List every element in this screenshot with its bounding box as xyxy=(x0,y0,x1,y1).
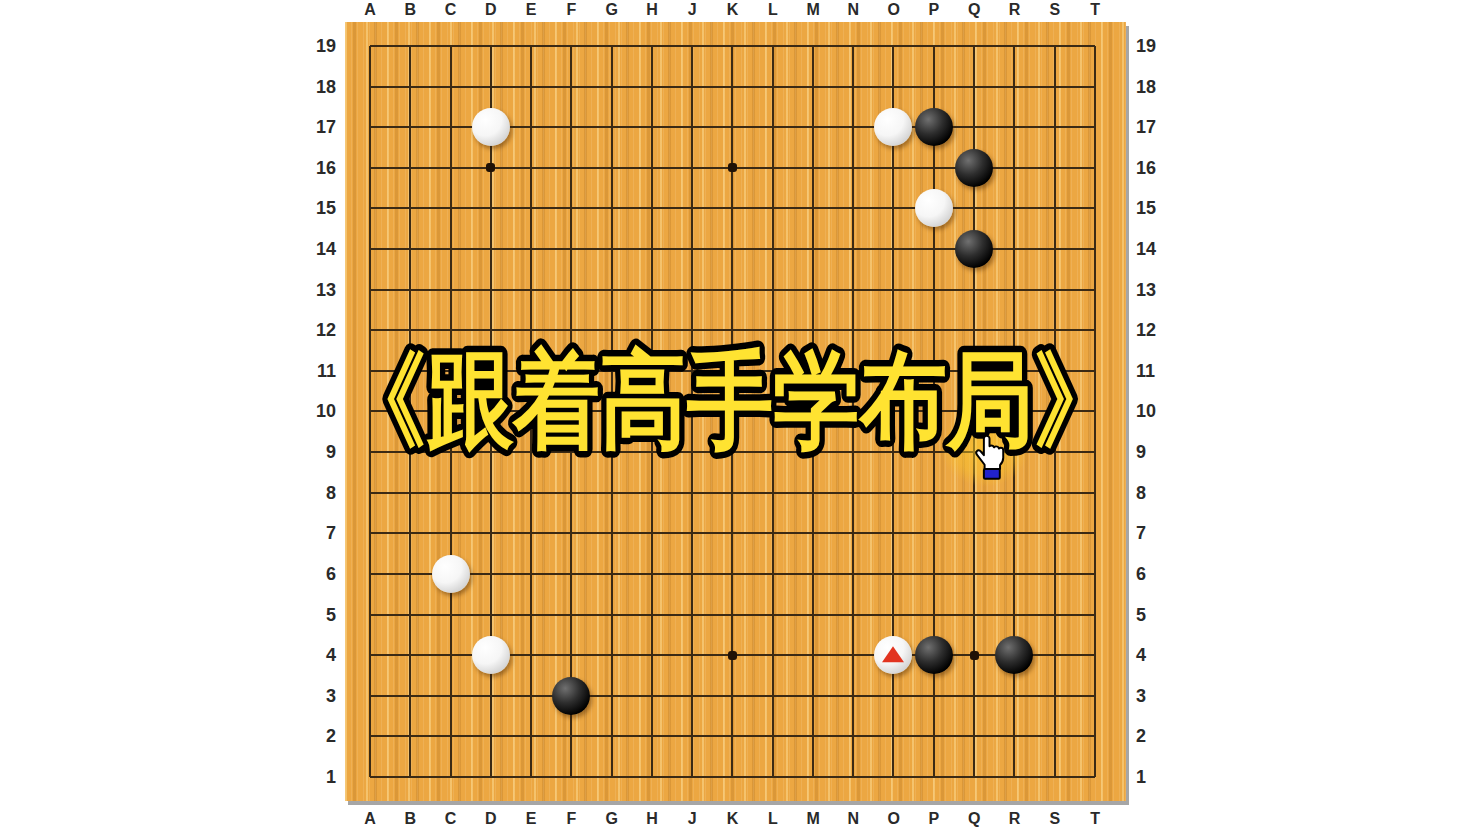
intersection-C8[interactable] xyxy=(430,472,470,513)
intersection-J7[interactable] xyxy=(672,513,712,554)
intersection-F6[interactable] xyxy=(551,554,591,595)
intersection-T18[interactable] xyxy=(1075,66,1115,107)
intersection-M18[interactable] xyxy=(793,66,833,107)
intersection-E19[interactable] xyxy=(511,26,551,67)
intersection-M4[interactable] xyxy=(793,635,833,676)
intersection-Q2[interactable] xyxy=(954,716,994,757)
intersection-B5[interactable] xyxy=(390,594,430,635)
intersection-M14[interactable] xyxy=(793,229,833,270)
intersection-B19[interactable] xyxy=(390,26,430,67)
intersection-B2[interactable] xyxy=(390,716,430,757)
intersection-G16[interactable] xyxy=(591,148,631,189)
intersection-L5[interactable] xyxy=(753,594,793,635)
intersection-D18[interactable] xyxy=(471,66,511,107)
intersection-N3[interactable] xyxy=(833,675,873,716)
intersection-E16[interactable] xyxy=(511,148,551,189)
intersection-O8[interactable] xyxy=(873,472,913,513)
intersection-Q16[interactable] xyxy=(954,148,994,189)
col-label-top-B: B xyxy=(404,1,416,19)
intersection-K13[interactable] xyxy=(712,269,752,310)
intersection-S16[interactable] xyxy=(1034,148,1074,189)
intersection-J2[interactable] xyxy=(672,716,712,757)
intersection-A4[interactable] xyxy=(350,635,390,676)
intersection-M13[interactable] xyxy=(793,269,833,310)
intersection-P16[interactable] xyxy=(914,148,954,189)
intersection-A7[interactable] xyxy=(350,513,390,554)
intersection-N2[interactable] xyxy=(833,716,873,757)
intersection-L17[interactable] xyxy=(753,107,793,148)
intersection-J6[interactable] xyxy=(672,554,712,595)
intersection-N5[interactable] xyxy=(833,594,873,635)
intersection-K6[interactable] xyxy=(712,554,752,595)
intersection-N19[interactable] xyxy=(833,26,873,67)
intersection-F7[interactable] xyxy=(551,513,591,554)
intersection-S5[interactable] xyxy=(1034,594,1074,635)
row-label-right-2: 2 xyxy=(1136,726,1146,747)
intersection-Q7[interactable] xyxy=(954,513,994,554)
intersection-T4[interactable] xyxy=(1075,635,1115,676)
intersection-Q5[interactable] xyxy=(954,594,994,635)
intersection-L6[interactable] xyxy=(753,554,793,595)
intersection-G7[interactable] xyxy=(591,513,631,554)
intersection-D19[interactable] xyxy=(471,26,511,67)
intersection-R16[interactable] xyxy=(994,148,1034,189)
intersection-T17[interactable] xyxy=(1075,107,1115,148)
intersection-T14[interactable] xyxy=(1075,229,1115,270)
intersection-P13[interactable] xyxy=(914,269,954,310)
intersection-P1[interactable] xyxy=(914,757,954,798)
intersection-E3[interactable] xyxy=(511,675,551,716)
intersection-J15[interactable] xyxy=(672,188,712,229)
intersection-E4[interactable] xyxy=(511,635,551,676)
intersection-S17[interactable] xyxy=(1034,107,1074,148)
intersection-O5[interactable] xyxy=(873,594,913,635)
intersection-H17[interactable] xyxy=(632,107,672,148)
intersection-R5[interactable] xyxy=(994,594,1034,635)
intersection-O1[interactable] xyxy=(873,757,913,798)
intersection-H3[interactable] xyxy=(632,675,672,716)
intersection-T1[interactable] xyxy=(1075,757,1115,798)
intersection-A6[interactable] xyxy=(350,554,390,595)
intersection-Q3[interactable] xyxy=(954,675,994,716)
intersection-H7[interactable] xyxy=(632,513,672,554)
intersection-O3[interactable] xyxy=(873,675,913,716)
intersection-A17[interactable] xyxy=(350,107,390,148)
intersection-H16[interactable] xyxy=(632,148,672,189)
intersection-J19[interactable] xyxy=(672,26,712,67)
intersection-P7[interactable] xyxy=(914,513,954,554)
intersection-M16[interactable] xyxy=(793,148,833,189)
intersection-B3[interactable] xyxy=(390,675,430,716)
intersection-O2[interactable] xyxy=(873,716,913,757)
intersection-D5[interactable] xyxy=(471,594,511,635)
intersection-C7[interactable] xyxy=(430,513,470,554)
intersection-R2[interactable] xyxy=(994,716,1034,757)
intersection-H2[interactable] xyxy=(632,716,672,757)
intersection-C17[interactable] xyxy=(430,107,470,148)
intersection-T3[interactable] xyxy=(1075,675,1115,716)
intersection-L2[interactable] xyxy=(753,716,793,757)
intersection-N14[interactable] xyxy=(833,229,873,270)
intersection-S13[interactable] xyxy=(1034,269,1074,310)
intersection-R13[interactable] xyxy=(994,269,1034,310)
intersection-C15[interactable] xyxy=(430,188,470,229)
intersection-C2[interactable] xyxy=(430,716,470,757)
intersection-B1[interactable] xyxy=(390,757,430,798)
intersection-G2[interactable] xyxy=(591,716,631,757)
intersection-A18[interactable] xyxy=(350,66,390,107)
intersection-F5[interactable] xyxy=(551,594,591,635)
intersection-A8[interactable] xyxy=(350,472,390,513)
col-label-top-H: H xyxy=(646,1,658,19)
intersection-D4[interactable] xyxy=(471,635,511,676)
intersection-F15[interactable] xyxy=(551,188,591,229)
row-label-right-13: 13 xyxy=(1136,279,1156,300)
intersection-K16[interactable] xyxy=(712,148,752,189)
intersection-N18[interactable] xyxy=(833,66,873,107)
intersection-G3[interactable] xyxy=(591,675,631,716)
intersection-H5[interactable] xyxy=(632,594,672,635)
intersection-N1[interactable] xyxy=(833,757,873,798)
intersection-M15[interactable] xyxy=(793,188,833,229)
intersection-F13[interactable] xyxy=(551,269,591,310)
row-label-right-1: 1 xyxy=(1136,766,1146,787)
intersection-J5[interactable] xyxy=(672,594,712,635)
intersection-P14[interactable] xyxy=(914,229,954,270)
row-label-right-9: 9 xyxy=(1136,442,1146,463)
intersection-E18[interactable] xyxy=(511,66,551,107)
intersection-A14[interactable] xyxy=(350,229,390,270)
intersection-R17[interactable] xyxy=(994,107,1034,148)
intersection-K17[interactable] xyxy=(712,107,752,148)
intersection-G4[interactable] xyxy=(591,635,631,676)
intersection-E17[interactable] xyxy=(511,107,551,148)
intersection-O7[interactable] xyxy=(873,513,913,554)
intersection-H19[interactable] xyxy=(632,26,672,67)
intersection-K7[interactable] xyxy=(712,513,752,554)
intersection-N7[interactable] xyxy=(833,513,873,554)
intersection-J4[interactable] xyxy=(672,635,712,676)
intersection-H1[interactable] xyxy=(632,757,672,798)
intersection-K3[interactable] xyxy=(712,675,752,716)
intersection-B16[interactable] xyxy=(390,148,430,189)
intersection-D13[interactable] xyxy=(471,269,511,310)
intersection-O19[interactable] xyxy=(873,26,913,67)
intersection-R4[interactable] xyxy=(994,635,1034,676)
intersection-L16[interactable] xyxy=(753,148,793,189)
intersection-Q1[interactable] xyxy=(954,757,994,798)
intersection-L8[interactable] xyxy=(753,472,793,513)
intersection-N6[interactable] xyxy=(833,554,873,595)
intersection-G8[interactable] xyxy=(591,472,631,513)
intersection-B7[interactable] xyxy=(390,513,430,554)
intersection-H13[interactable] xyxy=(632,269,672,310)
intersection-R1[interactable] xyxy=(994,757,1034,798)
intersection-N15[interactable] xyxy=(833,188,873,229)
intersection-K5[interactable] xyxy=(712,594,752,635)
intersection-R15[interactable] xyxy=(994,188,1034,229)
intersection-C18[interactable] xyxy=(430,66,470,107)
intersection-F19[interactable] xyxy=(551,26,591,67)
intersection-F17[interactable] xyxy=(551,107,591,148)
intersection-B14[interactable] xyxy=(390,229,430,270)
intersection-E8[interactable] xyxy=(511,472,551,513)
intersection-C3[interactable] xyxy=(430,675,470,716)
intersection-L14[interactable] xyxy=(753,229,793,270)
intersection-S19[interactable] xyxy=(1034,26,1074,67)
intersection-Q18[interactable] xyxy=(954,66,994,107)
intersection-B18[interactable] xyxy=(390,66,430,107)
intersection-P17[interactable] xyxy=(914,107,954,148)
intersection-G18[interactable] xyxy=(591,66,631,107)
intersection-M5[interactable] xyxy=(793,594,833,635)
intersection-E6[interactable] xyxy=(511,554,551,595)
intersection-D15[interactable] xyxy=(471,188,511,229)
intersection-R6[interactable] xyxy=(994,554,1034,595)
intersection-A13[interactable] xyxy=(350,269,390,310)
intersection-C1[interactable] xyxy=(430,757,470,798)
intersection-R18[interactable] xyxy=(994,66,1034,107)
intersection-M1[interactable] xyxy=(793,757,833,798)
intersection-L1[interactable] xyxy=(753,757,793,798)
intersection-T15[interactable] xyxy=(1075,188,1115,229)
intersection-K15[interactable] xyxy=(712,188,752,229)
intersection-K1[interactable] xyxy=(712,757,752,798)
intersection-B15[interactable] xyxy=(390,188,430,229)
intersection-C14[interactable] xyxy=(430,229,470,270)
intersection-S14[interactable] xyxy=(1034,229,1074,270)
intersection-K4[interactable] xyxy=(712,635,752,676)
intersection-M8[interactable] xyxy=(793,472,833,513)
intersection-H8[interactable] xyxy=(632,472,672,513)
intersection-C16[interactable] xyxy=(430,148,470,189)
intersection-Q15[interactable] xyxy=(954,188,994,229)
intersection-L13[interactable] xyxy=(753,269,793,310)
intersection-T19[interactable] xyxy=(1075,26,1115,67)
intersection-P4[interactable] xyxy=(914,635,954,676)
intersection-D3[interactable] xyxy=(471,675,511,716)
intersection-G17[interactable] xyxy=(591,107,631,148)
intersection-D17[interactable] xyxy=(471,107,511,148)
intersection-A5[interactable] xyxy=(350,594,390,635)
intersection-H4[interactable] xyxy=(632,635,672,676)
intersection-D6[interactable] xyxy=(471,554,511,595)
intersection-K2[interactable] xyxy=(712,716,752,757)
intersection-B13[interactable] xyxy=(390,269,430,310)
intersection-S6[interactable] xyxy=(1034,554,1074,595)
col-label-top-C: C xyxy=(445,1,457,19)
col-label-bottom-M: M xyxy=(806,810,819,827)
intersection-O17[interactable] xyxy=(873,107,913,148)
intersection-P5[interactable] xyxy=(914,594,954,635)
intersection-E7[interactable] xyxy=(511,513,551,554)
intersection-R3[interactable] xyxy=(994,675,1034,716)
intersection-J8[interactable] xyxy=(672,472,712,513)
intersection-T16[interactable] xyxy=(1075,148,1115,189)
intersection-B4[interactable] xyxy=(390,635,430,676)
intersection-H15[interactable] xyxy=(632,188,672,229)
intersection-C4[interactable] xyxy=(430,635,470,676)
intersection-T6[interactable] xyxy=(1075,554,1115,595)
intersection-T13[interactable] xyxy=(1075,269,1115,310)
intersection-S1[interactable] xyxy=(1034,757,1074,798)
intersection-D14[interactable] xyxy=(471,229,511,270)
intersection-S15[interactable] xyxy=(1034,188,1074,229)
intersection-F4[interactable] xyxy=(551,635,591,676)
intersection-G14[interactable] xyxy=(591,229,631,270)
intersection-E1[interactable] xyxy=(511,757,551,798)
intersection-S3[interactable] xyxy=(1034,675,1074,716)
intersection-D16[interactable] xyxy=(471,148,511,189)
intersection-G15[interactable] xyxy=(591,188,631,229)
intersection-T5[interactable] xyxy=(1075,594,1115,635)
intersection-C6[interactable] xyxy=(430,554,470,595)
intersection-E15[interactable] xyxy=(511,188,551,229)
intersection-A2[interactable] xyxy=(350,716,390,757)
intersection-L18[interactable] xyxy=(753,66,793,107)
row-label-left-13: 13 xyxy=(316,279,336,300)
intersection-O18[interactable] xyxy=(873,66,913,107)
intersection-E2[interactable] xyxy=(511,716,551,757)
intersection-A16[interactable] xyxy=(350,148,390,189)
intersection-P19[interactable] xyxy=(914,26,954,67)
intersection-N17[interactable] xyxy=(833,107,873,148)
intersection-K8[interactable] xyxy=(712,472,752,513)
intersection-T8[interactable] xyxy=(1075,472,1115,513)
intersection-S18[interactable] xyxy=(1034,66,1074,107)
intersection-F16[interactable] xyxy=(551,148,591,189)
intersection-M2[interactable] xyxy=(793,716,833,757)
intersection-P6[interactable] xyxy=(914,554,954,595)
intersection-S8[interactable] xyxy=(1034,472,1074,513)
intersection-J16[interactable] xyxy=(672,148,712,189)
intersection-H18[interactable] xyxy=(632,66,672,107)
intersection-F8[interactable] xyxy=(551,472,591,513)
intersection-P18[interactable] xyxy=(914,66,954,107)
intersection-O14[interactable] xyxy=(873,229,913,270)
intersection-E5[interactable] xyxy=(511,594,551,635)
intersection-H6[interactable] xyxy=(632,554,672,595)
white-stone-O4 xyxy=(874,636,912,674)
intersection-O13[interactable] xyxy=(873,269,913,310)
intersection-F2[interactable] xyxy=(551,716,591,757)
intersection-C19[interactable] xyxy=(430,26,470,67)
intersection-D2[interactable] xyxy=(471,716,511,757)
col-label-bottom-K: K xyxy=(727,810,739,827)
intersection-N16[interactable] xyxy=(833,148,873,189)
intersection-P3[interactable] xyxy=(914,675,954,716)
intersection-J17[interactable] xyxy=(672,107,712,148)
intersection-A1[interactable] xyxy=(350,757,390,798)
intersection-L15[interactable] xyxy=(753,188,793,229)
intersection-P2[interactable] xyxy=(914,716,954,757)
intersection-D8[interactable] xyxy=(471,472,511,513)
intersection-L3[interactable] xyxy=(753,675,793,716)
col-label-bottom-R: R xyxy=(1009,810,1021,827)
intersection-N8[interactable] xyxy=(833,472,873,513)
intersection-S7[interactable] xyxy=(1034,513,1074,554)
intersection-D1[interactable] xyxy=(471,757,511,798)
intersection-F14[interactable] xyxy=(551,229,591,270)
intersection-B17[interactable] xyxy=(390,107,430,148)
intersection-B8[interactable] xyxy=(390,472,430,513)
intersection-A3[interactable] xyxy=(350,675,390,716)
intersection-G5[interactable] xyxy=(591,594,631,635)
intersection-A19[interactable] xyxy=(350,26,390,67)
intersection-T2[interactable] xyxy=(1075,716,1115,757)
intersection-G19[interactable] xyxy=(591,26,631,67)
intersection-S4[interactable] xyxy=(1034,635,1074,676)
intersection-H14[interactable] xyxy=(632,229,672,270)
intersection-J3[interactable] xyxy=(672,675,712,716)
intersection-J13[interactable] xyxy=(672,269,712,310)
col-label-top-F: F xyxy=(567,1,577,19)
intersection-R19[interactable] xyxy=(994,26,1034,67)
intersection-L7[interactable] xyxy=(753,513,793,554)
intersection-S2[interactable] xyxy=(1034,716,1074,757)
intersection-E14[interactable] xyxy=(511,229,551,270)
row-label-right-5: 5 xyxy=(1136,604,1146,625)
intersection-R14[interactable] xyxy=(994,229,1034,270)
intersection-L4[interactable] xyxy=(753,635,793,676)
intersection-Q19[interactable] xyxy=(954,26,994,67)
intersection-L19[interactable] xyxy=(753,26,793,67)
intersection-J1[interactable] xyxy=(672,757,712,798)
intersection-O16[interactable] xyxy=(873,148,913,189)
intersection-F1[interactable] xyxy=(551,757,591,798)
intersection-G13[interactable] xyxy=(591,269,631,310)
intersection-G6[interactable] xyxy=(591,554,631,595)
intersection-J18[interactable] xyxy=(672,66,712,107)
intersection-M3[interactable] xyxy=(793,675,833,716)
intersection-F18[interactable] xyxy=(551,66,591,107)
intersection-Q17[interactable] xyxy=(954,107,994,148)
col-label-bottom-H: H xyxy=(646,810,658,827)
intersection-P15[interactable] xyxy=(914,188,954,229)
last-move-triangle-marker xyxy=(882,646,904,662)
intersection-K19[interactable] xyxy=(712,26,752,67)
intersection-C5[interactable] xyxy=(430,594,470,635)
intersection-Q13[interactable] xyxy=(954,269,994,310)
intersection-G1[interactable] xyxy=(591,757,631,798)
intersection-J14[interactable] xyxy=(672,229,712,270)
intersection-A15[interactable] xyxy=(350,188,390,229)
intersection-T7[interactable] xyxy=(1075,513,1115,554)
intersection-K18[interactable] xyxy=(712,66,752,107)
intersection-Q6[interactable] xyxy=(954,554,994,595)
intersection-M19[interactable] xyxy=(793,26,833,67)
intersection-Q14[interactable] xyxy=(954,229,994,270)
intersection-N4[interactable] xyxy=(833,635,873,676)
intersection-M6[interactable] xyxy=(793,554,833,595)
intersection-O4[interactable] xyxy=(873,635,913,676)
intersection-E13[interactable] xyxy=(511,269,551,310)
intersection-M7[interactable] xyxy=(793,513,833,554)
intersection-O6[interactable] xyxy=(873,554,913,595)
col-label-top-L: L xyxy=(768,1,778,19)
intersection-K14[interactable] xyxy=(712,229,752,270)
intersection-R7[interactable] xyxy=(994,513,1034,554)
intersection-O15[interactable] xyxy=(873,188,913,229)
intersection-C13[interactable] xyxy=(430,269,470,310)
intersection-Q4[interactable] xyxy=(954,635,994,676)
intersection-D7[interactable] xyxy=(471,513,511,554)
row-label-right-18: 18 xyxy=(1136,76,1156,97)
intersection-B6[interactable] xyxy=(390,554,430,595)
intersection-N13[interactable] xyxy=(833,269,873,310)
intersection-M17[interactable] xyxy=(793,107,833,148)
intersection-F3[interactable] xyxy=(551,675,591,716)
